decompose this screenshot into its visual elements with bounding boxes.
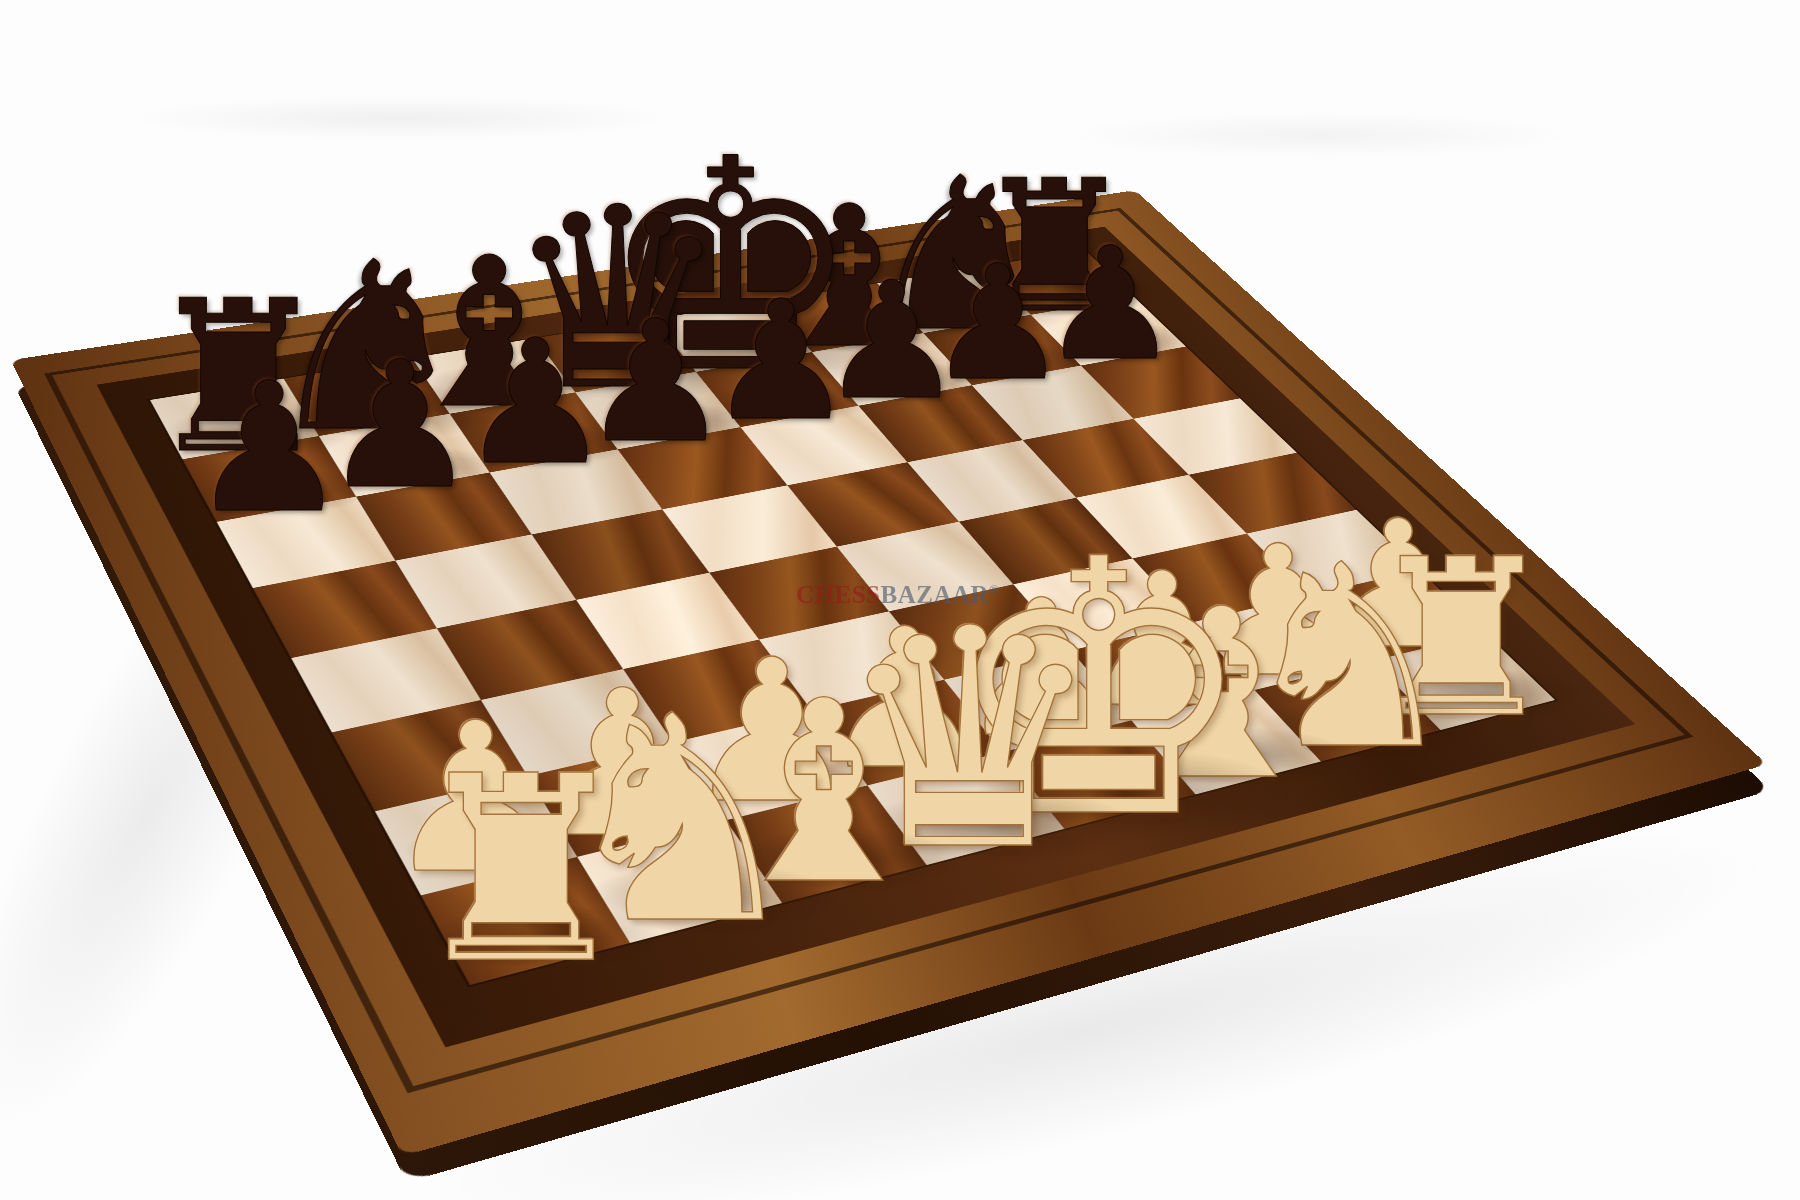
backdrop-shadow-left xyxy=(120,96,680,140)
board-frame-inner-band xyxy=(97,227,1635,1048)
chess-board xyxy=(150,250,1555,985)
backdrop-shadow-right xyxy=(1060,112,1580,158)
board-frame xyxy=(11,190,1768,1156)
product-photo-scene: ♜♞♝♛♚♝♞♜♟♟♟♟♟♟♟♟♟♟♟♟♟♟♟♟♜♞♝♛♚♝♞♜ CHESSBA… xyxy=(0,0,1800,1200)
